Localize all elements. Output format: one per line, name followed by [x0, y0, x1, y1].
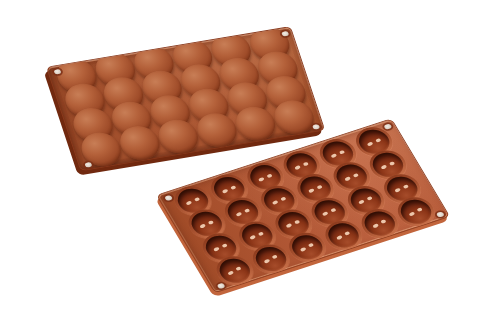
cavity-highlight	[230, 185, 236, 189]
cavity-highlight	[358, 200, 365, 205]
cavity-interior	[287, 232, 328, 263]
cavity-highlight	[339, 149, 345, 153]
corner-hole	[281, 31, 289, 37]
cavity-highlight	[271, 200, 278, 205]
cavity-highlight	[249, 235, 256, 240]
cavity-highlight	[236, 267, 242, 271]
corner-hole	[436, 211, 445, 218]
cavity-highlight	[408, 211, 415, 216]
corner-hole	[312, 124, 320, 130]
cavity-highlight	[308, 243, 314, 247]
cavity-highlight	[367, 196, 373, 200]
cavity-highlight	[353, 173, 359, 177]
cavity-highlight	[244, 208, 250, 212]
cavity-highlight	[366, 141, 373, 146]
cavity-highlight	[345, 231, 351, 235]
cavity-highlight	[272, 255, 278, 259]
cavity-interior	[396, 196, 437, 227]
cavity-highlight	[235, 212, 242, 217]
cavity-highlight	[222, 243, 228, 247]
cavity-highlight	[194, 197, 200, 201]
corner-hole	[383, 123, 392, 130]
cavity-highlight	[267, 173, 273, 177]
cavity-highlight	[285, 223, 292, 228]
cavity-highlight	[344, 176, 351, 181]
corner-hole	[164, 195, 173, 202]
cavity-highlight	[258, 231, 264, 235]
cavity-highlight	[213, 247, 220, 252]
cavity-interior	[215, 255, 256, 286]
cavity-highlight	[294, 165, 301, 170]
corner-hole	[84, 162, 92, 168]
cavity-highlight	[307, 188, 314, 193]
cavity-highlight	[330, 153, 337, 158]
dome-grid	[47, 27, 290, 68]
dome-mold-plate	[46, 26, 325, 171]
cavity-highlight	[227, 270, 234, 275]
cavity-highlight	[208, 220, 214, 224]
dome-mold	[46, 26, 325, 171]
cavity-highlight	[257, 177, 264, 182]
cavity-highlight	[380, 165, 387, 170]
cavity-highlight	[403, 184, 409, 188]
cavity-highlight	[372, 223, 379, 228]
cavity-highlight	[394, 188, 401, 193]
cavity-highlight	[303, 161, 309, 165]
cavity-interior	[323, 220, 364, 251]
cavity-highlight	[199, 224, 206, 229]
cavity-highlight	[321, 212, 328, 217]
product-photo-canvas	[0, 0, 500, 333]
cavity-highlight	[317, 185, 323, 189]
cavity-highlight	[417, 208, 423, 212]
cavity-highlight	[381, 219, 387, 223]
cavity-highlight	[263, 258, 270, 263]
cavity-highlight	[280, 196, 286, 200]
cavity-highlight	[331, 208, 337, 212]
cavity-highlight	[294, 220, 300, 224]
cavity-highlight	[389, 161, 395, 165]
cavity-highlight	[335, 235, 342, 240]
cavity-highlight	[299, 247, 306, 252]
cavity-interior	[251, 243, 292, 274]
corner-hole	[217, 283, 226, 290]
cavity-highlight	[221, 188, 228, 193]
cavity-highlight	[185, 200, 192, 205]
cavity-interior	[359, 208, 400, 239]
cavity-highlight	[375, 138, 381, 142]
